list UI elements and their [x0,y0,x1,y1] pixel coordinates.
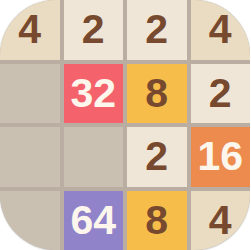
tile-r2c2: 32 [64,64,124,124]
tile-r3c3: 2 [127,127,187,187]
tile-r2c4: 2 [191,64,251,124]
tile-r1c3: 2 [127,0,187,60]
tile-r2c3: 8 [127,64,187,124]
tile-r1c1: 4 [0,0,60,60]
tile-r3c2 [64,127,124,187]
tile-r3c1 [0,127,60,187]
2048-board[interactable]: 4 2 2 4 32 8 2 2 16 64 8 4 [0,0,250,250]
tile-r4c2: 64 [64,191,124,250]
tile-r1c4: 4 [191,0,251,60]
tile-r4c1 [0,191,60,250]
tile-r4c3: 8 [127,191,187,250]
tile-r2c1 [0,64,60,124]
tile-r1c2: 2 [64,0,124,60]
tile-r3c4: 16 [191,127,251,187]
tile-r4c4: 4 [191,191,251,250]
